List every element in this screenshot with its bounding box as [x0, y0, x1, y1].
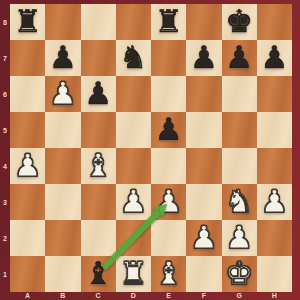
square-b5[interactable]	[45, 112, 80, 148]
black-bishop-c1[interactable]: ♝	[84, 258, 112, 289]
square-h6[interactable]	[257, 76, 292, 112]
black-pawn-g7[interactable]: ♟	[225, 42, 253, 73]
file-label-d: D	[116, 291, 151, 300]
file-label-b: B	[45, 291, 80, 300]
square-d4[interactable]	[116, 148, 151, 184]
square-e4[interactable]	[151, 148, 186, 184]
square-e5[interactable]: ♟	[151, 112, 186, 148]
square-e3[interactable]: ♟	[151, 184, 186, 220]
file-label-g: G	[222, 291, 257, 300]
square-c6[interactable]: ♟	[81, 76, 116, 112]
file-label-c: C	[81, 291, 116, 300]
white-pawn-e3[interactable]: ♟	[155, 186, 183, 217]
square-c7[interactable]	[81, 40, 116, 76]
black-pawn-h7[interactable]: ♟	[260, 42, 288, 73]
black-knight-d7[interactable]: ♞	[119, 42, 147, 73]
white-pawn-f2[interactable]: ♟	[190, 222, 218, 253]
chess-board: ♜♜♚♟♞♟♟♟♟♟♟♟♝♟♟♞♟♟♟♝♜♝♚	[10, 4, 292, 292]
square-f7[interactable]: ♟	[186, 40, 221, 76]
file-label-h: H	[257, 291, 292, 300]
square-a2[interactable]	[10, 220, 45, 256]
white-rook-d1[interactable]: ♜	[119, 258, 147, 289]
square-f8[interactable]	[186, 4, 221, 40]
rank-label-4: 4	[0, 148, 10, 184]
file-label-a: A	[10, 291, 45, 300]
square-g4[interactable]	[222, 148, 257, 184]
square-b7[interactable]: ♟	[45, 40, 80, 76]
white-pawn-h3[interactable]: ♟	[260, 186, 288, 217]
square-c3[interactable]	[81, 184, 116, 220]
square-d6[interactable]	[116, 76, 151, 112]
square-a6[interactable]	[10, 76, 45, 112]
square-f6[interactable]	[186, 76, 221, 112]
square-a4[interactable]: ♟	[10, 148, 45, 184]
white-bishop-e1[interactable]: ♝	[155, 258, 183, 289]
square-g5[interactable]	[222, 112, 257, 148]
file-label-e: E	[151, 291, 186, 300]
rank-label-7: 7	[0, 40, 10, 76]
square-e2[interactable]	[151, 220, 186, 256]
square-g8[interactable]: ♚	[222, 4, 257, 40]
black-rook-e8[interactable]: ♜	[155, 6, 183, 37]
rank-label-6: 6	[0, 76, 10, 112]
chess-board-frame: ♜♜♚♟♞♟♟♟♟♟♟♟♝♟♟♞♟♟♟♝♜♝♚ 87654321ABCDEFGH	[0, 0, 300, 300]
square-a5[interactable]	[10, 112, 45, 148]
black-king-g8[interactable]: ♚	[225, 6, 253, 37]
rank-label-3: 3	[0, 184, 10, 220]
square-a8[interactable]: ♜	[10, 4, 45, 40]
rank-label-1: 1	[0, 256, 10, 292]
square-c5[interactable]	[81, 112, 116, 148]
square-c2[interactable]	[81, 220, 116, 256]
square-c4[interactable]: ♝	[81, 148, 116, 184]
square-g1[interactable]: ♚	[222, 256, 257, 292]
square-h3[interactable]: ♟	[257, 184, 292, 220]
square-g7[interactable]: ♟	[222, 40, 257, 76]
square-d2[interactable]	[116, 220, 151, 256]
square-g2[interactable]: ♟	[222, 220, 257, 256]
rank-label-8: 8	[0, 4, 10, 40]
square-d8[interactable]	[116, 4, 151, 40]
rank-label-5: 5	[0, 112, 10, 148]
white-bishop-c4[interactable]: ♝	[84, 150, 112, 181]
square-h1[interactable]	[257, 256, 292, 292]
square-b8[interactable]	[45, 4, 80, 40]
square-h5[interactable]	[257, 112, 292, 148]
square-d1[interactable]: ♜	[116, 256, 151, 292]
square-f1[interactable]	[186, 256, 221, 292]
square-f4[interactable]	[186, 148, 221, 184]
file-label-f: F	[186, 291, 221, 300]
square-a1[interactable]	[10, 256, 45, 292]
square-g6[interactable]	[222, 76, 257, 112]
square-h2[interactable]	[257, 220, 292, 256]
square-e1[interactable]: ♝	[151, 256, 186, 292]
square-f2[interactable]: ♟	[186, 220, 221, 256]
square-b2[interactable]	[45, 220, 80, 256]
white-pawn-a4[interactable]: ♟	[14, 150, 42, 181]
square-f3[interactable]	[186, 184, 221, 220]
square-h8[interactable]	[257, 4, 292, 40]
square-h7[interactable]: ♟	[257, 40, 292, 76]
square-e6[interactable]	[151, 76, 186, 112]
square-e8[interactable]: ♜	[151, 4, 186, 40]
square-a3[interactable]	[10, 184, 45, 220]
black-rook-a8[interactable]: ♜	[14, 6, 42, 37]
square-d5[interactable]	[116, 112, 151, 148]
square-d3[interactable]: ♟	[116, 184, 151, 220]
square-c8[interactable]	[81, 4, 116, 40]
square-h4[interactable]	[257, 148, 292, 184]
square-g3[interactable]: ♞	[222, 184, 257, 220]
square-d7[interactable]: ♞	[116, 40, 151, 76]
black-pawn-e5[interactable]: ♟	[155, 114, 183, 145]
square-c1[interactable]: ♝	[81, 256, 116, 292]
square-e7[interactable]	[151, 40, 186, 76]
black-pawn-c6[interactable]: ♟	[84, 78, 112, 109]
square-b1[interactable]	[45, 256, 80, 292]
square-f5[interactable]	[186, 112, 221, 148]
white-pawn-g2[interactable]: ♟	[225, 222, 253, 253]
square-b6[interactable]: ♟	[45, 76, 80, 112]
square-b4[interactable]	[45, 148, 80, 184]
white-pawn-d3[interactable]: ♟	[119, 186, 147, 217]
square-b3[interactable]	[45, 184, 80, 220]
black-pawn-f7[interactable]: ♟	[190, 42, 218, 73]
white-knight-g3[interactable]: ♞	[225, 186, 253, 217]
black-pawn-b7[interactable]: ♟	[49, 42, 77, 73]
rank-label-2: 2	[0, 220, 10, 256]
square-a7[interactable]	[10, 40, 45, 76]
white-pawn-b6[interactable]: ♟	[49, 78, 77, 109]
white-king-g1[interactable]: ♚	[225, 258, 253, 289]
